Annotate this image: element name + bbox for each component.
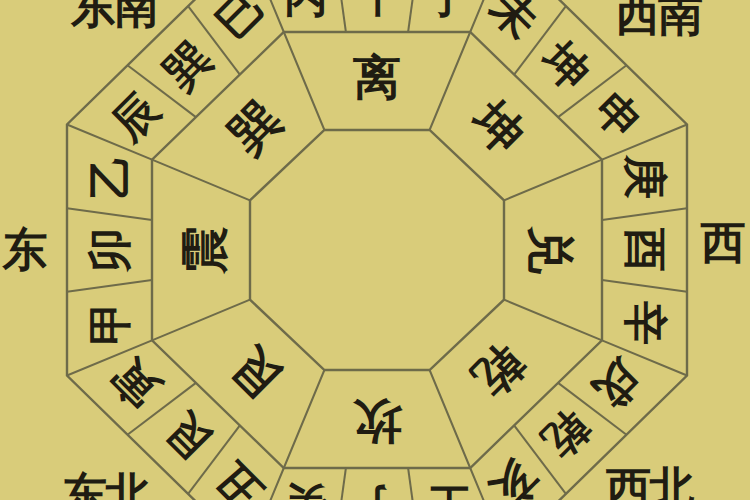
ring-cell-south-wu: 午 <box>354 0 399 21</box>
ring-cell-north-ren: 壬 <box>426 480 471 500</box>
direction-label-southwest: 西南 <box>614 0 702 40</box>
ring-cell-west-you: 酉 <box>620 227 669 272</box>
ring-cell-east-mao: 卯 <box>86 228 135 273</box>
ring-cell-west-xin: 辛 <box>620 301 669 345</box>
trigram-li: 离 <box>353 51 401 104</box>
ring-cell-south-ding: 丁 <box>426 0 470 21</box>
trigram-kan: 坎 <box>352 395 403 448</box>
ring-cell-north-gui: 癸 <box>284 480 329 500</box>
ring-cell-south-bing: 丙 <box>284 0 328 21</box>
direction-label-west: 西 <box>700 218 746 268</box>
ring-cell-west-geng: 庚 <box>620 154 669 199</box>
trigram-zhen: 震 <box>178 226 231 275</box>
ring-cell-east-jia: 甲 <box>86 301 135 345</box>
trigram-dui: 兑 <box>524 225 577 275</box>
bagua-svg: 丙 午 丁 未 坤 申 庚 酉 辛 戌 乾 亥 壬 子 癸 丑 艮 寅 甲 卯 … <box>0 0 750 500</box>
ring-cell-east-yi: 乙 <box>86 155 135 199</box>
direction-label-northwest: 西北 <box>605 464 695 500</box>
direction-label-northeast: 东北 <box>61 470 151 500</box>
direction-label-east: 东 <box>2 225 48 275</box>
bagua-compass-diagram: 丙 午 丁 未 坤 申 庚 酉 辛 戌 乾 亥 壬 子 癸 丑 艮 寅 甲 卯 … <box>0 0 750 500</box>
direction-label-southeast: 东南 <box>70 0 158 32</box>
ring-cell-north-zi: 子 <box>355 480 399 500</box>
